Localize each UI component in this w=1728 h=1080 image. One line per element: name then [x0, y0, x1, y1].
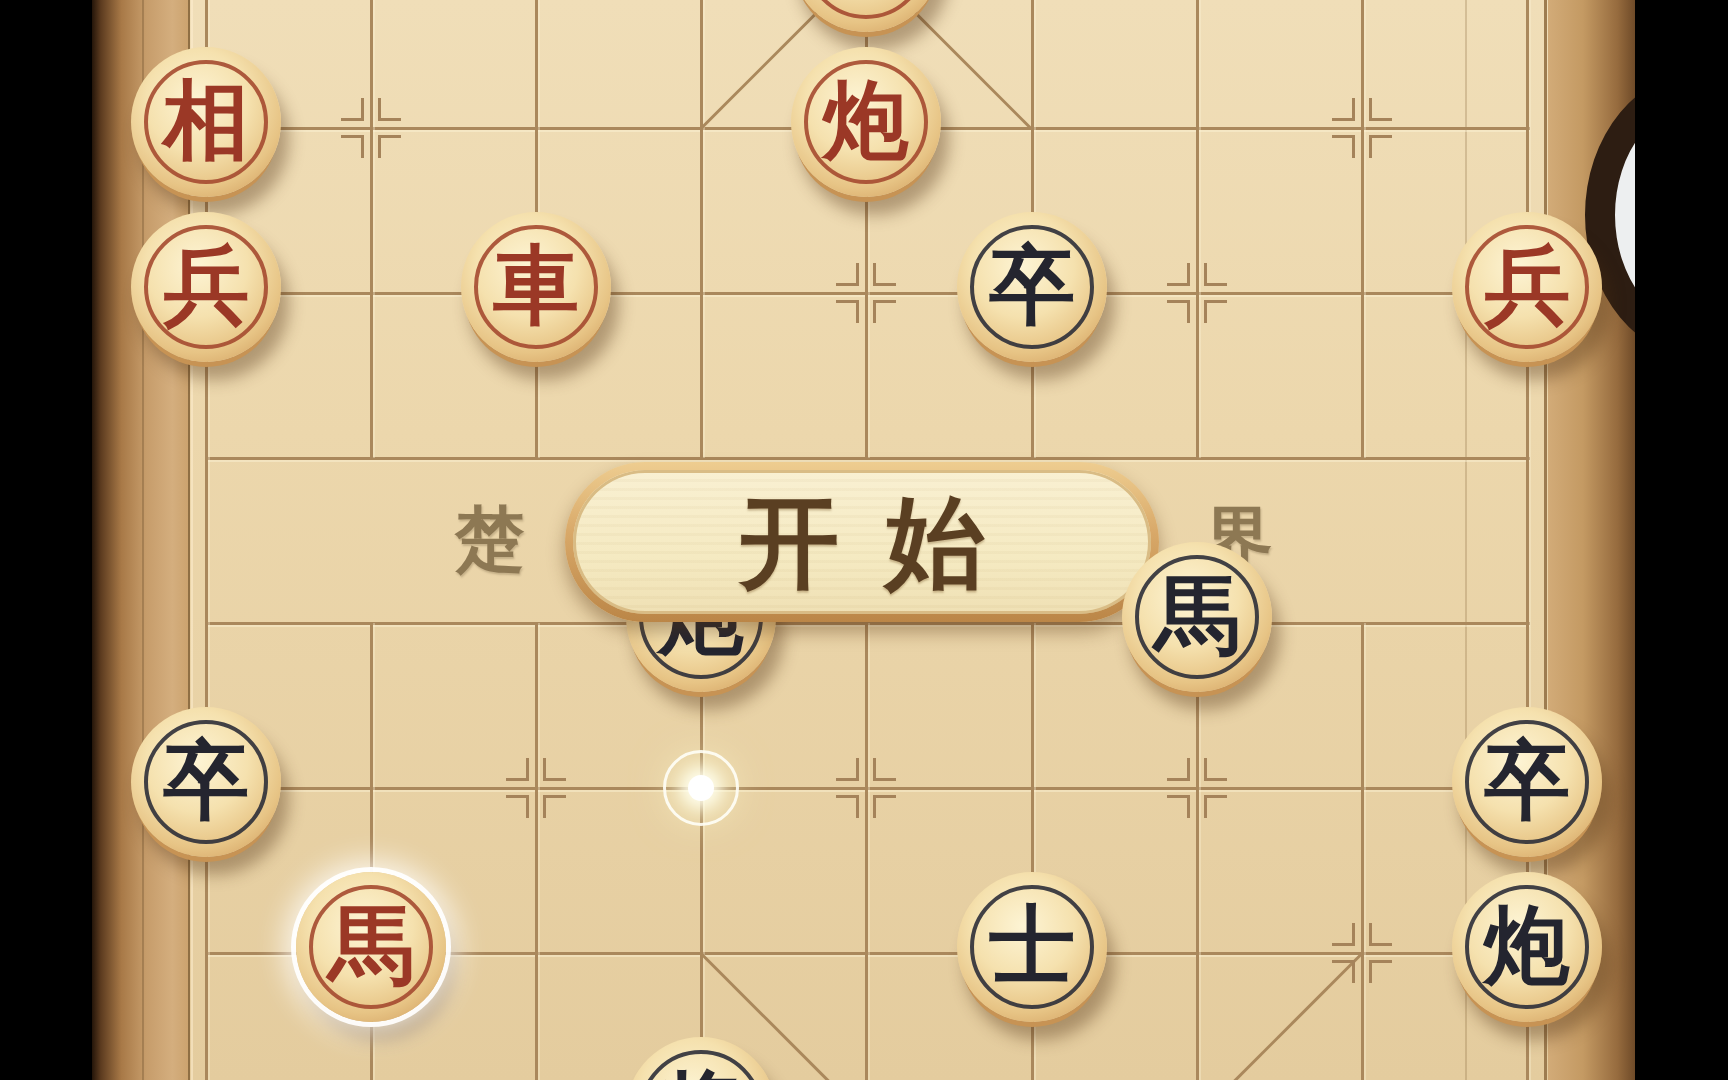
xiangqi-piece-red-馬[interactable]: 馬 — [296, 872, 446, 1022]
piece-character: 車 — [493, 242, 579, 328]
piece-character: 将 — [658, 1067, 744, 1080]
point-marker-f7r4 — [1167, 263, 1227, 323]
point-marker-f7r7 — [1167, 758, 1227, 818]
file-line-3-bottom — [535, 623, 538, 1080]
file-line-2-top — [370, 0, 373, 458]
xiangqi-piece-black-卒[interactable]: 卒 — [1452, 707, 1602, 857]
start-banner[interactable]: 开始 — [565, 462, 1159, 622]
piece-character: 士 — [989, 902, 1075, 988]
start-banner-inner: 开始 — [573, 470, 1151, 614]
file-line-4-top — [700, 0, 703, 458]
river-text-char-1: 楚 — [455, 493, 525, 587]
file-line-7-top — [1196, 0, 1199, 458]
point-marker-f5r4 — [836, 263, 896, 323]
piece-character: 炮 — [823, 77, 909, 163]
piece-character: 兵 — [1484, 242, 1570, 328]
xiangqi-piece-red-兵[interactable]: 兵 — [1452, 212, 1602, 362]
rank-line-5 — [206, 457, 1530, 460]
piece-character: 卒 — [989, 242, 1075, 328]
xiangqi-piece-black-士[interactable]: 士 — [957, 872, 1107, 1022]
letterbox-left — [0, 0, 92, 1080]
file-line-5-bottom — [865, 623, 868, 1080]
point-marker-f8r8 — [1332, 923, 1392, 983]
move-indicator-dot — [663, 750, 739, 826]
piece-character: 兵 — [163, 242, 249, 328]
start-button-label: 开始 — [693, 492, 1031, 592]
xiangqi-piece-red-炮[interactable]: 炮 — [791, 47, 941, 197]
letterbox-right — [1635, 0, 1728, 1080]
piece-character: 相 — [163, 77, 249, 163]
file-line-8-bottom — [1361, 623, 1364, 1080]
xiangqi-piece-red-兵[interactable]: 兵 — [131, 212, 281, 362]
piece-character: 炮 — [1484, 902, 1570, 988]
file-line-8-top — [1361, 0, 1364, 458]
xiangqi-piece-black-卒[interactable]: 卒 — [131, 707, 281, 857]
point-marker-f8r3 — [1332, 98, 1392, 158]
piece-character: 卒 — [1484, 737, 1570, 823]
piece-character: 馬 — [1154, 572, 1240, 658]
move-dot-core — [688, 775, 714, 801]
xiangqi-piece-red-相[interactable]: 相 — [131, 47, 281, 197]
piece-character: 馬 — [328, 902, 414, 988]
point-marker-f3r7 — [506, 758, 566, 818]
xiangqi-piece-red-車[interactable]: 車 — [461, 212, 611, 362]
point-marker-f2r3 — [341, 98, 401, 158]
game-screen: 楚河漢界仕相炮兵車卒兵炮馬卒卒馬士炮将 开始 — [0, 0, 1728, 1080]
point-marker-f5r7 — [836, 758, 896, 818]
xiangqi-piece-black-卒[interactable]: 卒 — [957, 212, 1107, 362]
piece-character: 卒 — [163, 737, 249, 823]
rank-line-6 — [206, 622, 1530, 625]
xiangqi-piece-black-馬[interactable]: 馬 — [1122, 542, 1272, 692]
xiangqi-piece-black-炮[interactable]: 炮 — [1452, 872, 1602, 1022]
